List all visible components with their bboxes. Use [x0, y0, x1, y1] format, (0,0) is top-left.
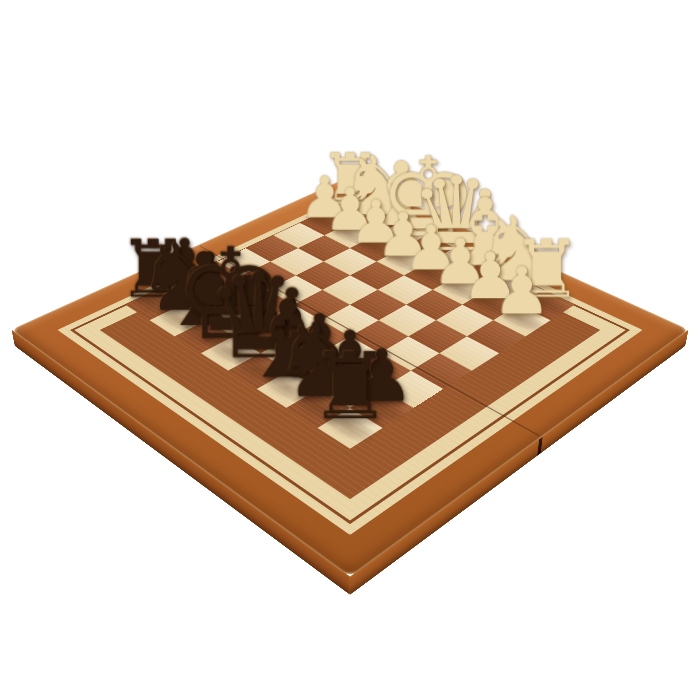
- black-rook[interactable]: ♜: [260, 341, 439, 433]
- photo-scene: ♜♞♝♚♛♝♞♜♟♟♟♟♟♟♟♟♟♟♟♟♟♟♟♟♜♞♝♚♛♝♞♜: [0, 0, 700, 700]
- chess-box: ♜♞♝♚♛♝♞♜♟♟♟♟♟♟♟♟♟♟♟♟♟♟♟♟♜♞♝♚♛♝♞♜: [11, 176, 690, 578]
